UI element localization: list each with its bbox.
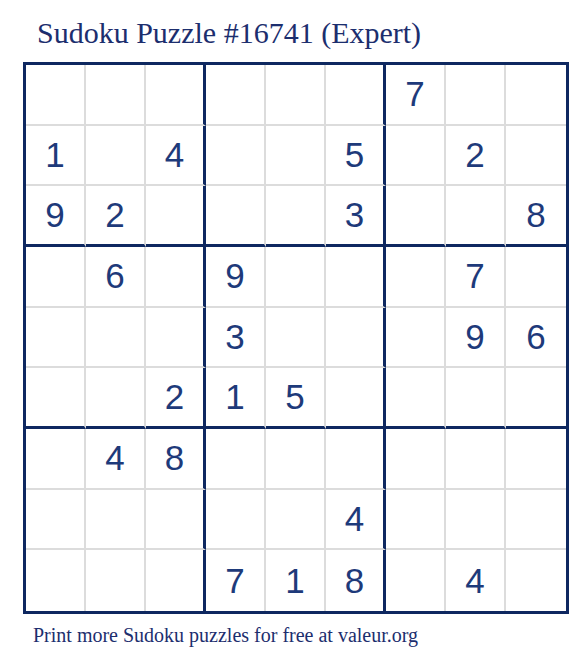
cell-r1c2-empty: [86, 65, 146, 126]
cell-r8c8-empty: [446, 490, 506, 551]
cell-r4c4-given: 9: [206, 247, 266, 308]
cell-r2c8-given: 2: [446, 126, 506, 187]
cell-r4c5-empty: [266, 247, 326, 308]
cell-r5c5-empty: [266, 308, 326, 369]
cell-r2c4-empty: [206, 126, 266, 187]
cell-r1c4-empty: [206, 65, 266, 126]
cell-r9c7-empty: [386, 550, 446, 611]
cell-r2c9-empty: [506, 126, 566, 187]
cell-r5c4-given: 3: [206, 308, 266, 369]
cell-r1c9-empty: [506, 65, 566, 126]
cell-r7c7-empty: [386, 429, 446, 490]
cell-r6c6-empty: [326, 368, 386, 429]
cell-r8c4-empty: [206, 490, 266, 551]
cell-r3c6-given: 3: [326, 186, 386, 247]
cell-r1c1-empty: [26, 65, 86, 126]
cell-r9c8-given: 4: [446, 550, 506, 611]
cell-r2c3-given: 4: [146, 126, 206, 187]
cell-r3c8-empty: [446, 186, 506, 247]
cell-r7c9-empty: [506, 429, 566, 490]
cell-r9c1-empty: [26, 550, 86, 611]
cell-r3c7-empty: [386, 186, 446, 247]
cell-r7c6-empty: [326, 429, 386, 490]
cell-r1c7-given: 7: [386, 65, 446, 126]
cell-r2c1-given: 1: [26, 126, 86, 187]
cell-r8c3-empty: [146, 490, 206, 551]
cell-r3c1-given: 9: [26, 186, 86, 247]
cell-r1c5-empty: [266, 65, 326, 126]
cell-r6c9-empty: [506, 368, 566, 429]
cell-r7c3-given: 8: [146, 429, 206, 490]
cell-r6c8-empty: [446, 368, 506, 429]
cell-r8c5-empty: [266, 490, 326, 551]
cell-r9c2-empty: [86, 550, 146, 611]
cell-r1c3-empty: [146, 65, 206, 126]
cell-r3c4-empty: [206, 186, 266, 247]
cell-r6c1-empty: [26, 368, 86, 429]
cell-r8c9-empty: [506, 490, 566, 551]
cell-r7c5-empty: [266, 429, 326, 490]
cell-r4c2-given: 6: [86, 247, 146, 308]
cell-r1c6-empty: [326, 65, 386, 126]
cell-r1c8-empty: [446, 65, 506, 126]
cell-r4c8-given: 7: [446, 247, 506, 308]
cell-r8c1-empty: [26, 490, 86, 551]
cell-r5c9-given: 6: [506, 308, 566, 369]
cell-r3c3-empty: [146, 186, 206, 247]
cell-r9c9-empty: [506, 550, 566, 611]
cell-r2c2-empty: [86, 126, 146, 187]
cell-r2c5-empty: [266, 126, 326, 187]
cell-r9c4-given: 7: [206, 550, 266, 611]
cell-r6c2-empty: [86, 368, 146, 429]
cell-r9c5-given: 1: [266, 550, 326, 611]
printable-sudoku-page: Sudoku Puzzle #16741 (Expert) 7145292386…: [0, 0, 580, 651]
cell-r6c3-given: 2: [146, 368, 206, 429]
cell-r5c8-given: 9: [446, 308, 506, 369]
cell-r6c5-given: 5: [266, 368, 326, 429]
cell-r8c2-empty: [86, 490, 146, 551]
cell-r7c4-empty: [206, 429, 266, 490]
cell-r5c6-empty: [326, 308, 386, 369]
cell-r9c6-given: 8: [326, 550, 386, 611]
cell-r4c6-empty: [326, 247, 386, 308]
cell-r7c1-empty: [26, 429, 86, 490]
cell-r3c2-given: 2: [86, 186, 146, 247]
cell-r6c4-given: 1: [206, 368, 266, 429]
cell-r2c6-given: 5: [326, 126, 386, 187]
cell-r4c7-empty: [386, 247, 446, 308]
puzzle-title: Sudoku Puzzle #16741 (Expert): [0, 0, 580, 50]
cell-r4c3-empty: [146, 247, 206, 308]
cell-r5c3-empty: [146, 308, 206, 369]
cell-r6c7-empty: [386, 368, 446, 429]
footer-text: Print more Sudoku puzzles for free at va…: [33, 624, 580, 646]
cell-r7c8-empty: [446, 429, 506, 490]
cell-r4c9-empty: [506, 247, 566, 308]
cell-r9c3-empty: [146, 550, 206, 611]
cell-r5c2-empty: [86, 308, 146, 369]
cell-r3c5-empty: [266, 186, 326, 247]
cell-r3c9-given: 8: [506, 186, 566, 247]
cell-r7c2-given: 4: [86, 429, 146, 490]
sudoku-board: 7145292386973962154847184: [23, 62, 569, 614]
cell-r2c7-empty: [386, 126, 446, 187]
cell-r4c1-empty: [26, 247, 86, 308]
cell-r8c7-empty: [386, 490, 446, 551]
cell-r5c1-empty: [26, 308, 86, 369]
cell-r8c6-given: 4: [326, 490, 386, 551]
cell-r5c7-empty: [386, 308, 446, 369]
